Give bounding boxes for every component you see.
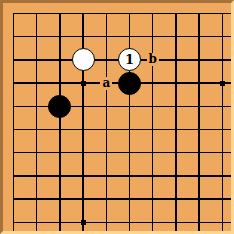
grid-line-horizontal (13, 36, 231, 37)
go-diagram: 1ab (0, 0, 234, 234)
grid-line-horizontal (13, 129, 231, 130)
grid-line-horizontal (13, 198, 231, 199)
move-1-stone: 1 (118, 48, 141, 71)
grid-line-horizontal (13, 13, 231, 14)
move-number-label: 1 (125, 53, 134, 66)
black-stone (48, 95, 71, 118)
white-stone (72, 48, 95, 71)
hoshi-point (81, 220, 86, 225)
point-label-b: b (147, 53, 159, 66)
hoshi-point (81, 81, 86, 86)
grid-line-horizontal (13, 222, 231, 223)
grid-line-horizontal (13, 175, 231, 176)
go-board: 1ab (0, 0, 234, 234)
grid-line-horizontal (13, 152, 231, 153)
black-stone (118, 72, 141, 95)
point-label-a: a (100, 77, 112, 90)
hoshi-point (220, 81, 225, 86)
grid-line-horizontal (13, 106, 231, 107)
